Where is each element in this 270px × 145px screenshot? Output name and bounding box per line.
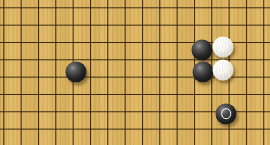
go-board[interactable] <box>0 0 270 145</box>
screenshot <box>0 0 270 145</box>
last-move-marker <box>221 108 232 119</box>
black-stone[interactable] <box>216 103 237 124</box>
black-stone[interactable] <box>66 61 87 82</box>
white-stone[interactable] <box>213 36 234 57</box>
white-stone[interactable] <box>213 59 234 80</box>
black-stone[interactable] <box>192 62 213 83</box>
black-stone[interactable] <box>192 39 213 60</box>
